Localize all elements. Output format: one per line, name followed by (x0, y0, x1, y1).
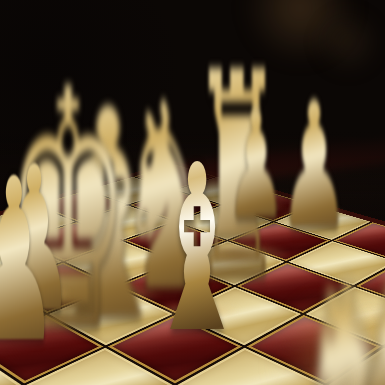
chessboard (0, 161, 385, 385)
bokeh-glow (316, 10, 380, 74)
board-far-edge-band (149, 135, 385, 191)
bokeh-glow (245, 0, 355, 63)
chess-photo-scene: ♚♝♞♜♟♟♝♟♟♞♟ (0, 0, 385, 385)
